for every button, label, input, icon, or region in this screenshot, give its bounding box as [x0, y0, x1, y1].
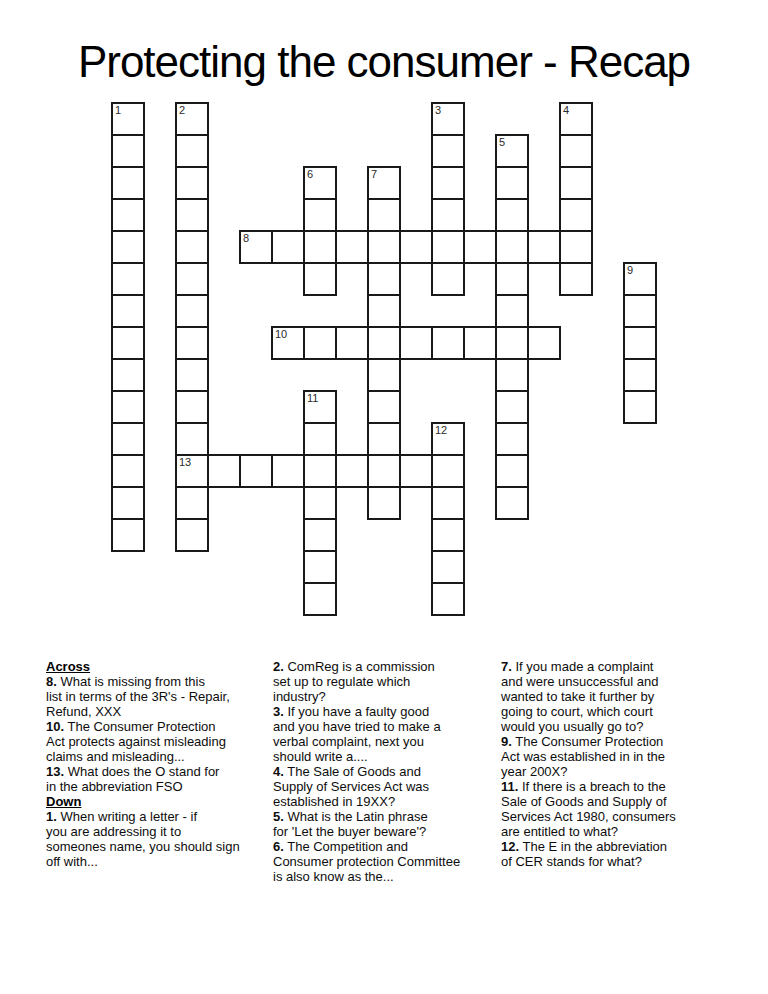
- puzzle-title: Protecting the consumer - Recap: [0, 40, 768, 84]
- grid-cell[interactable]: [367, 454, 401, 488]
- clue-number: 13.: [46, 764, 64, 779]
- clue-number: 1.: [46, 809, 57, 824]
- grid-cell[interactable]: [431, 262, 465, 296]
- clue-text: 9. The Consumer Protection: [501, 734, 676, 749]
- clue-text-continuation: going to court, which court: [501, 704, 676, 719]
- grid-cell[interactable]: [303, 326, 337, 360]
- clue-text-continuation: in the abbreviation FSO: [46, 779, 240, 794]
- grid-cell[interactable]: [175, 486, 209, 520]
- grid-cell[interactable]: [335, 454, 369, 488]
- grid-cell[interactable]: [623, 390, 657, 424]
- grid-cell[interactable]: [111, 358, 145, 392]
- grid-cell[interactable]: [303, 230, 337, 264]
- grid-cell[interactable]: [367, 358, 401, 392]
- grid-cell[interactable]: [111, 454, 145, 488]
- grid-cell[interactable]: [559, 262, 593, 296]
- grid-cell[interactable]: [431, 230, 465, 264]
- cell-number: 5: [499, 136, 505, 148]
- clue-number: 5.: [273, 809, 284, 824]
- grid-cell[interactable]: [111, 294, 145, 328]
- clue-text: 11. If there is a breach to the: [501, 779, 676, 794]
- cell-number: 7: [371, 168, 377, 180]
- clue-text-continuation: Act protects against misleading: [46, 734, 240, 749]
- cell-number: 10: [275, 328, 287, 340]
- clue-text-continuation: Act was established in in the: [501, 749, 676, 764]
- grid-cell[interactable]: [175, 518, 209, 552]
- clue-number: 10.: [46, 719, 64, 734]
- grid-cell[interactable]: [303, 518, 337, 552]
- grid-cell[interactable]: 7: [367, 166, 401, 200]
- clue-section-header: Across: [46, 659, 240, 674]
- grid-cell[interactable]: [559, 134, 593, 168]
- grid-cell[interactable]: [367, 294, 401, 328]
- cell-number: 8: [243, 232, 249, 244]
- grid-cell[interactable]: 6: [303, 166, 337, 200]
- clue-text-continuation: Supply of Services Act was: [273, 779, 460, 794]
- clue-text-continuation: Refund, XXX: [46, 704, 240, 719]
- grid-cell[interactable]: [431, 486, 465, 520]
- grid-cell[interactable]: [175, 134, 209, 168]
- clue-text-continuation: Services Act 1980, consumers: [501, 809, 676, 824]
- grid-cell[interactable]: [175, 166, 209, 200]
- clue-text: 13. What does the O stand for: [46, 764, 240, 779]
- clue-text-continuation: set up to regulate which: [273, 674, 460, 689]
- grid-cell[interactable]: [431, 134, 465, 168]
- grid-cell[interactable]: [175, 294, 209, 328]
- grid-cell[interactable]: [111, 198, 145, 232]
- clue-text-continuation: Consumer protection Committee: [273, 854, 460, 869]
- grid-cell[interactable]: [303, 582, 337, 616]
- grid-cell[interactable]: [367, 230, 401, 264]
- grid-cell[interactable]: 9: [623, 262, 657, 296]
- grid-cell[interactable]: [175, 198, 209, 232]
- grid-cell[interactable]: [495, 166, 529, 200]
- grid-cell[interactable]: [495, 326, 529, 360]
- clue-number: 4.: [273, 764, 284, 779]
- clue-text-continuation: year 200X?: [501, 764, 676, 779]
- clue-text-continuation: is also know as the...: [273, 869, 460, 884]
- clue-text: 6. The Competition and: [273, 839, 460, 854]
- clue-number: 2.: [273, 659, 284, 674]
- grid-cell[interactable]: [367, 422, 401, 456]
- grid-cell[interactable]: [623, 294, 657, 328]
- grid-cell[interactable]: [303, 486, 337, 520]
- grid-cell[interactable]: [495, 486, 529, 520]
- clue-text: 2. ComReg is a commission: [273, 659, 460, 674]
- grid-cell[interactable]: [495, 262, 529, 296]
- clue-text: 4. The Sale of Goods and: [273, 764, 460, 779]
- clue-text-continuation: should write a....: [273, 749, 460, 764]
- grid-cell[interactable]: [111, 326, 145, 360]
- grid-cell[interactable]: [335, 326, 369, 360]
- grid-cell[interactable]: 12: [431, 422, 465, 456]
- clue-number: 12.: [501, 839, 519, 854]
- clue-text: 1. When writing a letter - if: [46, 809, 240, 824]
- grid-cell[interactable]: [495, 230, 529, 264]
- clue-text-continuation: someones name, you should sign: [46, 839, 240, 854]
- grid-cell[interactable]: 2: [175, 102, 209, 136]
- grid-cell[interactable]: [367, 326, 401, 360]
- grid-cell[interactable]: [367, 390, 401, 424]
- clue-text-continuation: list in terms of the 3R's - Repair,: [46, 689, 240, 704]
- grid-cell[interactable]: 13: [175, 454, 209, 488]
- clue-text-continuation: of CER stands for what?: [501, 854, 676, 869]
- grid-cell[interactable]: [431, 198, 465, 232]
- clue-text-continuation: claims and misleading...: [46, 749, 240, 764]
- cell-number: 9: [627, 264, 633, 276]
- grid-cell[interactable]: [303, 198, 337, 232]
- clue-text-continuation: you are addressing it to: [46, 824, 240, 839]
- grid-cell[interactable]: [463, 230, 497, 264]
- clue-section-header: Down: [46, 794, 240, 809]
- clue-text-continuation: off with...: [46, 854, 240, 869]
- grid-cell[interactable]: [495, 294, 529, 328]
- grid-cell[interactable]: [111, 518, 145, 552]
- grid-cell[interactable]: [271, 230, 305, 264]
- clue-text-continuation: and you have tried to make a: [273, 719, 460, 734]
- cell-number: 6: [307, 168, 313, 180]
- cell-number: 2: [179, 104, 185, 116]
- grid-cell[interactable]: [335, 230, 369, 264]
- grid-cell[interactable]: [495, 454, 529, 488]
- clue-text-continuation: would you usually go to?: [501, 719, 676, 734]
- cell-number: 11: [307, 392, 318, 404]
- clue-number: 3.: [273, 704, 284, 719]
- clue-number: 6.: [273, 839, 284, 854]
- grid-cell[interactable]: 3: [431, 102, 465, 136]
- grid-cell[interactable]: [495, 390, 529, 424]
- grid-cell[interactable]: [303, 262, 337, 296]
- grid-cell[interactable]: [367, 486, 401, 520]
- clue-text-continuation: established in 19XX?: [273, 794, 460, 809]
- clue-text-continuation: verbal complaint, next you: [273, 734, 460, 749]
- clue-text: 3. If you have a faulty good: [273, 704, 460, 719]
- grid-cell[interactable]: [111, 422, 145, 456]
- grid-cell[interactable]: [559, 166, 593, 200]
- grid-cell[interactable]: [399, 326, 433, 360]
- clue-text: 12. The E in the abbreviation: [501, 839, 676, 854]
- grid-cell[interactable]: [463, 326, 497, 360]
- clue-text-continuation: and were unsuccessful and: [501, 674, 676, 689]
- grid-cell[interactable]: [303, 422, 337, 456]
- grid-cell[interactable]: 5: [495, 134, 529, 168]
- cell-number: 1: [115, 104, 121, 116]
- grid-cell[interactable]: [431, 166, 465, 200]
- clue-column: 2. ComReg is a commissionset up to regul…: [273, 659, 460, 884]
- grid-cell[interactable]: [271, 454, 305, 488]
- grid-cell[interactable]: [399, 454, 433, 488]
- grid-cell[interactable]: [303, 550, 337, 584]
- grid-cell[interactable]: [303, 454, 337, 488]
- clue-text: 5. What is the Latin phrase: [273, 809, 460, 824]
- clue-text-continuation: wanted to take it further by: [501, 689, 676, 704]
- grid-cell[interactable]: [559, 198, 593, 232]
- clue-text-continuation: Sale of Goods and Supply of: [501, 794, 676, 809]
- grid-cell[interactable]: [399, 230, 433, 264]
- grid-cell[interactable]: [367, 198, 401, 232]
- grid-cell[interactable]: [559, 230, 593, 264]
- grid-cell[interactable]: [175, 390, 209, 424]
- cell-number: 4: [563, 104, 569, 116]
- grid-cell[interactable]: [527, 326, 561, 360]
- clue-number: 8.: [46, 674, 57, 689]
- grid-cell[interactable]: [495, 422, 529, 456]
- grid-cell[interactable]: [623, 326, 657, 360]
- cell-number: 3: [435, 104, 441, 116]
- grid-cell[interactable]: [431, 550, 465, 584]
- grid-cell[interactable]: [431, 326, 465, 360]
- grid-cell[interactable]: 11: [303, 390, 337, 424]
- grid-cell[interactable]: [207, 454, 241, 488]
- grid-cell[interactable]: 10: [271, 326, 305, 360]
- clue-text: 7. If you made a complaint: [501, 659, 676, 674]
- grid-cell[interactable]: 8: [239, 230, 273, 264]
- grid-cell[interactable]: 1: [111, 102, 145, 136]
- clue-text-continuation: industry?: [273, 689, 460, 704]
- grid-cell[interactable]: [431, 582, 465, 616]
- grid-cell[interactable]: [495, 358, 529, 392]
- grid-cell[interactable]: [111, 230, 145, 264]
- grid-cell[interactable]: [111, 134, 145, 168]
- clue-text-continuation: are entitled to what?: [501, 824, 676, 839]
- grid-cell[interactable]: [175, 358, 209, 392]
- grid-cell[interactable]: [431, 518, 465, 552]
- clue-text: 10. The Consumer Protection: [46, 719, 240, 734]
- clue-column: 7. If you made a complaintand were unsuc…: [501, 659, 676, 869]
- grid-cell[interactable]: [175, 262, 209, 296]
- cell-number: 13: [179, 456, 191, 468]
- grid-cell[interactable]: 4: [559, 102, 593, 136]
- grid-cell[interactable]: [175, 326, 209, 360]
- clue-number: 9.: [501, 734, 512, 749]
- grid-cell[interactable]: [111, 166, 145, 200]
- cell-number: 12: [435, 424, 447, 436]
- grid-cell[interactable]: [623, 358, 657, 392]
- clue-text: 8. What is missing from this: [46, 674, 240, 689]
- clue-column: Across8. What is missing from thislist i…: [46, 659, 240, 869]
- grid-cell[interactable]: [175, 422, 209, 456]
- grid-cell[interactable]: [431, 454, 465, 488]
- grid-cell[interactable]: [111, 390, 145, 424]
- crossword-grid: 12345678910111213: [112, 103, 656, 615]
- grid-cell[interactable]: [175, 230, 209, 264]
- clue-number: 7.: [501, 659, 512, 674]
- grid-cell[interactable]: [367, 262, 401, 296]
- grid-cell[interactable]: [239, 454, 273, 488]
- grid-cell[interactable]: [527, 230, 561, 264]
- grid-cell[interactable]: [111, 486, 145, 520]
- grid-cell[interactable]: [111, 262, 145, 296]
- clue-number: 11.: [501, 779, 518, 794]
- clue-text-continuation: for 'Let the buyer beware'?: [273, 824, 460, 839]
- grid-cell[interactable]: [495, 198, 529, 232]
